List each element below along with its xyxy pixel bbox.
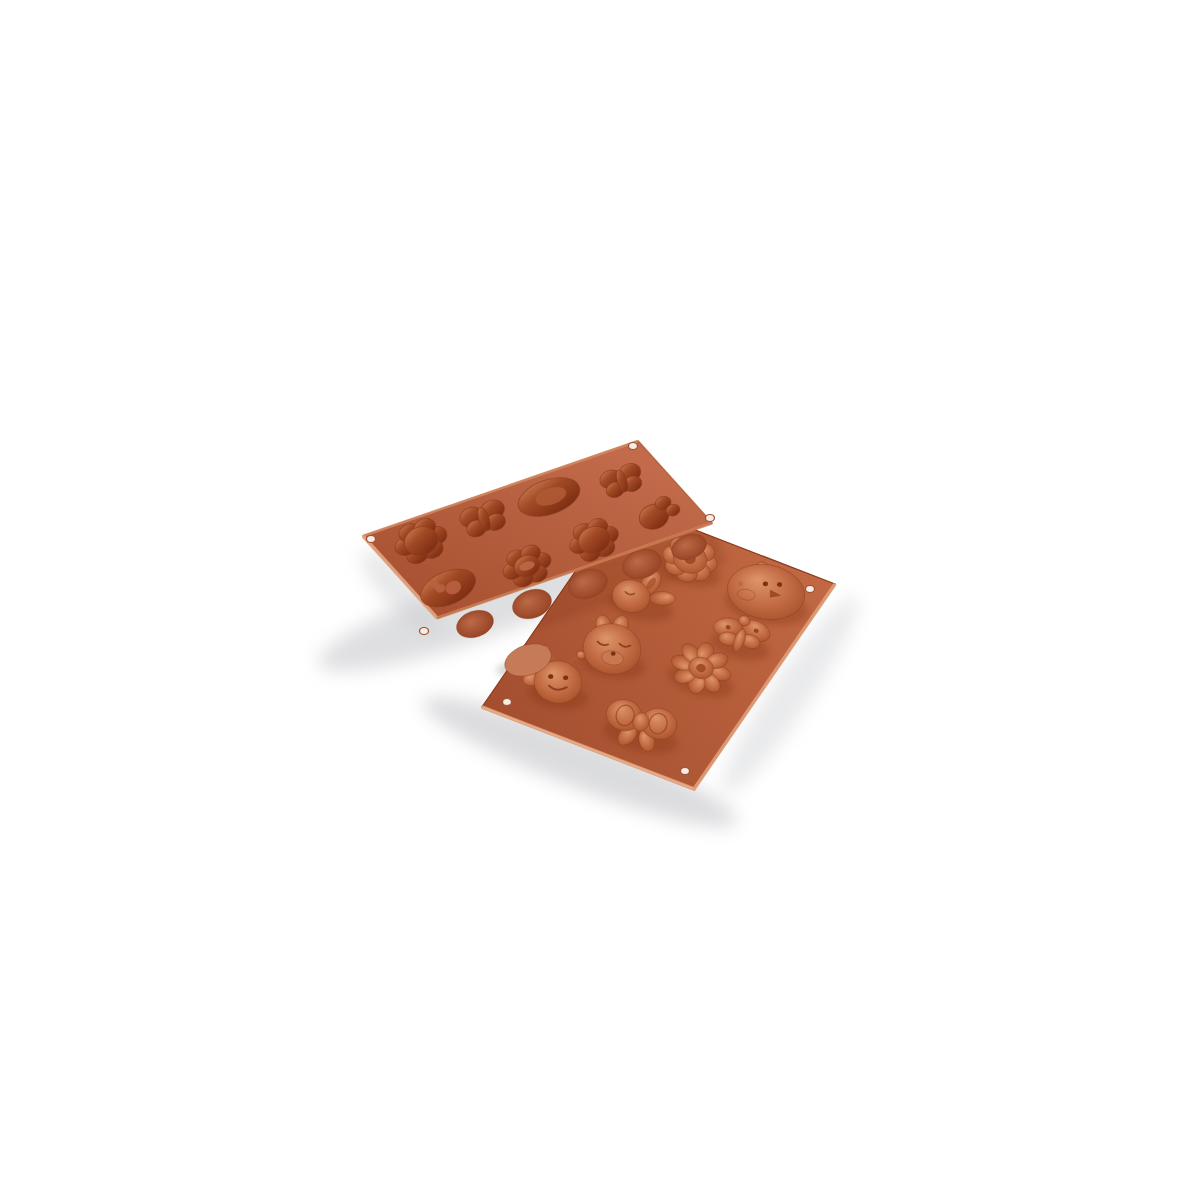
screw-hole [629,443,638,450]
screw-hole [681,768,690,775]
screw-hole [420,628,429,635]
screw-hole [503,699,512,706]
product-photo-canvas [0,0,1200,1200]
screw-hole [806,586,815,593]
screw-hole [706,515,715,522]
screw-hole [367,536,376,543]
silicone-molds-photo [0,0,1200,1200]
